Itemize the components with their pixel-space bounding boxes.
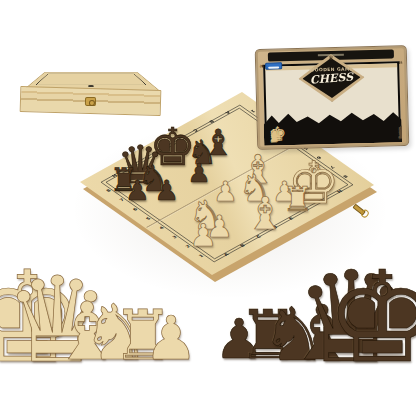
light-bishop-display-piece: ♝ (47, 292, 126, 371)
piece-contact-shadow (104, 351, 128, 356)
piece-contact-shadow (310, 351, 333, 356)
piece-contact-shadow (162, 351, 180, 356)
piece-contact-shadow (363, 351, 402, 356)
brass-clasp-icon (85, 97, 96, 106)
dark-bishop-display-piece: ♝ (284, 296, 359, 371)
dark-rook-display-piece: ♜ (234, 302, 301, 369)
piece-contact-shadow (258, 351, 279, 356)
folded-board-checker-grid (35, 74, 146, 85)
light-rook-display-piece: ♜ (109, 301, 178, 370)
piece-contact-shadow (75, 351, 99, 356)
dark-knight-display-piece: ♞ (257, 297, 331, 371)
product-photo: HGFEDCBA ❧ ❧ ♛ WOODEN GAME CHESS ♚♛♝♞♜♟ … (0, 0, 416, 416)
piece-contact-shadow (283, 351, 306, 356)
light-pawn-display-piece: ♟ (141, 308, 201, 368)
piece-contact-shadow (231, 351, 248, 356)
folded-chessboard-front-edge (20, 86, 162, 116)
box-diamond-label: ♛ WOODEN GAME CHESS (298, 53, 365, 103)
tray-king-piece: ♚ (397, 120, 415, 140)
piece-contact-shadow (133, 351, 154, 356)
light-knight-display-piece: ♞ (78, 295, 155, 372)
piece-contact-shadow (39, 351, 75, 356)
dark-pawn-display-piece: ♟ (212, 312, 267, 367)
crown-icon: ♛ (298, 54, 364, 62)
brand-label-icon (265, 62, 282, 69)
light-king-display-piece: ♚ (0, 255, 90, 381)
tray-pawn-piece: ♟ (269, 134, 277, 143)
retail-box: ❧ ❧ ♛ WOODEN GAME CHESS ♚♛♝♞♜♟ ♟♜♞♝♛♚ (255, 45, 410, 150)
light-queen-display-piece: ♛ (0, 262, 116, 380)
